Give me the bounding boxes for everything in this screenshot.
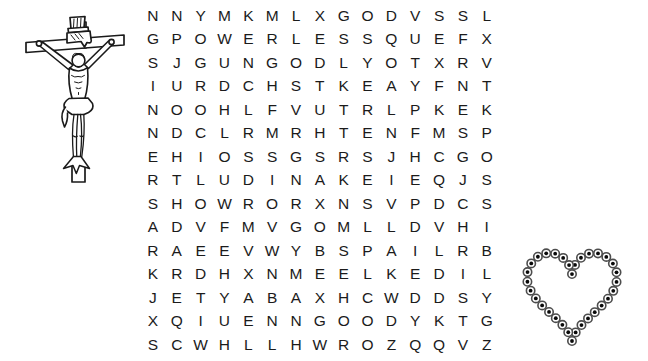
grid-cell-r9c1[interactable]: S bbox=[141, 192, 165, 216]
grid-cell-r8c6[interactable]: I bbox=[260, 169, 284, 193]
grid-cell-r4c13[interactable]: F bbox=[427, 75, 451, 99]
grid-cell-r9c6[interactable]: O bbox=[260, 192, 284, 216]
grid-cell-r8c12[interactable]: E bbox=[403, 169, 427, 193]
grid-cell-r6c12[interactable]: F bbox=[403, 122, 427, 146]
grid-cell-r5c6[interactable]: F bbox=[260, 98, 284, 122]
heart-bead bbox=[523, 268, 531, 276]
grid-cell-r11c10[interactable]: P bbox=[356, 239, 380, 263]
heart-bead bbox=[602, 253, 610, 261]
heart-bead bbox=[564, 328, 572, 336]
grid-cell-r3c15[interactable]: V bbox=[475, 51, 499, 75]
heart-bead bbox=[534, 253, 542, 261]
grid-cell-r11c15[interactable]: B bbox=[475, 239, 499, 263]
grid-cell-r6c15[interactable]: P bbox=[475, 122, 499, 146]
grid-cell-r1c3[interactable]: Y bbox=[189, 4, 213, 28]
grid-cell-r13c5[interactable]: A bbox=[236, 286, 260, 310]
grid-cell-r8c7[interactable]: N bbox=[284, 169, 308, 193]
grid-cell-r3c7[interactable]: O bbox=[284, 51, 308, 75]
heart-bead bbox=[609, 259, 617, 267]
grid-cell-r7c14[interactable]: G bbox=[451, 145, 475, 169]
grid-cell-r12c3[interactable]: D bbox=[189, 263, 213, 287]
grid-cell-r9c15[interactable]: S bbox=[475, 192, 499, 216]
grid-cell-r13c8[interactable]: X bbox=[308, 286, 332, 310]
grid-cell-r2c7[interactable]: L bbox=[284, 28, 308, 52]
crucifix-image bbox=[18, 8, 128, 186]
grid-cell-r13c10[interactable]: C bbox=[356, 286, 380, 310]
grid-cell-r9c5[interactable]: R bbox=[236, 192, 260, 216]
grid-cell-r3c12[interactable]: T bbox=[403, 51, 427, 75]
grid-cell-r9c13[interactable]: D bbox=[427, 192, 451, 216]
grid-cell-r2c1[interactable]: G bbox=[141, 28, 165, 52]
grid-cell-r4c7[interactable]: S bbox=[284, 75, 308, 99]
grid-cell-r10c5[interactable]: M bbox=[236, 216, 260, 240]
grid-cell-r2c6[interactable]: R bbox=[260, 28, 284, 52]
grid-cell-r4c8[interactable]: T bbox=[308, 75, 332, 99]
heart-bead bbox=[558, 321, 566, 329]
grid-cell-r5c8[interactable]: U bbox=[308, 98, 332, 122]
grid-cell-r14c5[interactable]: E bbox=[236, 310, 260, 334]
grid-cell-r10c4[interactable]: F bbox=[213, 216, 237, 240]
grid-cell-r12c4[interactable]: H bbox=[213, 263, 237, 287]
heart-bead bbox=[609, 287, 617, 295]
grid-cell-r10c13[interactable]: V bbox=[427, 216, 451, 240]
grid-cell-r12c12[interactable]: E bbox=[403, 263, 427, 287]
grid-cell-r13c3[interactable]: T bbox=[189, 286, 213, 310]
grid-cell-r6c6[interactable]: M bbox=[260, 122, 284, 146]
grid-cell-r8c11[interactable]: I bbox=[379, 169, 403, 193]
grid-cell-r2c10[interactable]: S bbox=[356, 28, 380, 52]
grid-cell-r4c2[interactable]: U bbox=[165, 75, 189, 99]
grid-cell-r5c13[interactable]: K bbox=[427, 98, 451, 122]
grid-cell-r15c6[interactable]: L bbox=[260, 333, 284, 357]
heart-bead bbox=[591, 308, 599, 316]
grid-cell-r3c1[interactable]: S bbox=[141, 51, 165, 75]
grid-cell-r12c13[interactable]: D bbox=[427, 263, 451, 287]
grid-cell-r8c4[interactable]: U bbox=[213, 169, 237, 193]
heart-bead bbox=[552, 314, 560, 322]
grid-cell-r2c11[interactable]: Q bbox=[379, 28, 403, 52]
grid-cell-r5c9[interactable]: T bbox=[332, 98, 356, 122]
grid-cell-r1c7[interactable]: L bbox=[284, 4, 308, 28]
grid-cell-r15c10[interactable]: O bbox=[356, 333, 380, 357]
grid-cell-r2c15[interactable]: X bbox=[475, 28, 499, 52]
grid-cell-r3c3[interactable]: G bbox=[189, 51, 213, 75]
grid-cell-r7c6[interactable]: S bbox=[260, 145, 284, 169]
grid-cell-r12c6[interactable]: N bbox=[260, 263, 284, 287]
grid-cell-r15c1[interactable]: S bbox=[141, 333, 165, 357]
grid-cell-r7c11[interactable]: J bbox=[379, 145, 403, 169]
grid-cell-r11c14[interactable]: R bbox=[451, 239, 475, 263]
grid-cell-r3c5[interactable]: N bbox=[236, 51, 260, 75]
heart-bead bbox=[526, 286, 534, 294]
grid-cell-r12c11[interactable]: K bbox=[379, 263, 403, 287]
heart-bead bbox=[597, 301, 605, 309]
grid-cell-r1c5[interactable]: K bbox=[236, 4, 260, 28]
grid-cell-r8c3[interactable]: L bbox=[189, 169, 213, 193]
grid-cell-r14c9[interactable]: O bbox=[332, 310, 356, 334]
loincloth bbox=[64, 98, 93, 115]
grid-cell-r7c10[interactable]: S bbox=[356, 145, 380, 169]
grid-cell-r3c13[interactable]: X bbox=[427, 51, 451, 75]
grid-cell-r10c10[interactable]: L bbox=[356, 216, 380, 240]
grid-cell-r5c10[interactable]: R bbox=[356, 98, 380, 122]
grid-cell-r4c9[interactable]: K bbox=[332, 75, 356, 99]
grid-cell-r5c11[interactable]: L bbox=[379, 98, 403, 122]
grid-cell-r14c11[interactable]: D bbox=[379, 310, 403, 334]
grid-cell-r4c12[interactable]: Y bbox=[403, 75, 427, 99]
grid-cell-r13c6[interactable]: B bbox=[260, 286, 284, 310]
grid-cell-r15c12[interactable]: Q bbox=[403, 333, 427, 357]
grid-cell-r3c14[interactable]: R bbox=[451, 51, 475, 75]
grid-cell-r9c11[interactable]: V bbox=[379, 192, 403, 216]
grid-cell-r5c15[interactable]: K bbox=[475, 98, 499, 122]
grid-cell-r9c10[interactable]: S bbox=[356, 192, 380, 216]
grid-cell-r13c11[interactable]: W bbox=[379, 286, 403, 310]
grid-cell-r10c6[interactable]: V bbox=[260, 216, 284, 240]
grid-cell-r11c13[interactable]: L bbox=[427, 239, 451, 263]
grid-cell-r10c2[interactable]: D bbox=[165, 216, 189, 240]
grid-cell-r14c1[interactable]: X bbox=[141, 310, 165, 334]
grid-cell-r5c12[interactable]: P bbox=[403, 98, 427, 122]
grid-cell-r5c7[interactable]: V bbox=[284, 98, 308, 122]
grid-cell-r7c1[interactable]: E bbox=[141, 145, 165, 169]
grid-cell-r14c14[interactable]: T bbox=[451, 310, 475, 334]
grid-cell-r2c12[interactable]: U bbox=[403, 28, 427, 52]
grid-cell-r4c5[interactable]: C bbox=[236, 75, 260, 99]
grid-cell-r6c7[interactable]: R bbox=[284, 122, 308, 146]
grid-cell-r5c1[interactable]: N bbox=[141, 98, 165, 122]
heart-bead bbox=[612, 268, 620, 276]
grid-cell-r14c12[interactable]: Y bbox=[403, 310, 427, 334]
left-hand bbox=[36, 41, 41, 46]
grid-cell-r14c4[interactable]: U bbox=[213, 310, 237, 334]
grid-cell-r8c13[interactable]: Q bbox=[427, 169, 451, 193]
grid-cell-r3c8[interactable]: D bbox=[308, 51, 332, 75]
heart-bead bbox=[565, 261, 573, 269]
grid-cell-r9c9[interactable]: N bbox=[332, 192, 356, 216]
heart-bead bbox=[568, 337, 576, 345]
grid-cell-r11c12[interactable]: I bbox=[403, 239, 427, 263]
grid-cell-r7c5[interactable]: S bbox=[236, 145, 260, 169]
grid-cell-r7c15[interactable]: O bbox=[475, 145, 499, 169]
grid-cell-r12c14[interactable]: I bbox=[451, 263, 475, 287]
grid-cell-r11c6[interactable]: W bbox=[260, 239, 284, 263]
heart-bead bbox=[527, 259, 535, 267]
torso bbox=[69, 68, 88, 101]
grid-cell-r3c10[interactable]: Y bbox=[356, 51, 380, 75]
right-hand bbox=[109, 39, 114, 44]
grid-cell-r7c3[interactable]: I bbox=[189, 145, 213, 169]
grid-cell-r10c8[interactable]: O bbox=[308, 216, 332, 240]
heart-bead bbox=[542, 249, 550, 257]
grid-cell-r6c11[interactable]: N bbox=[379, 122, 403, 146]
grid-cell-r15c15[interactable]: Z bbox=[475, 333, 499, 357]
grid-cell-r9c3[interactable]: O bbox=[189, 192, 213, 216]
heart-bead bbox=[545, 308, 553, 316]
grid-cell-r4c1[interactable]: I bbox=[141, 75, 165, 99]
grid-cell-r1c14[interactable]: S bbox=[451, 4, 475, 28]
grid-cell-r3c2[interactable]: J bbox=[165, 51, 189, 75]
grid-cell-r6c13[interactable]: M bbox=[427, 122, 451, 146]
grid-cell-r11c9[interactable]: S bbox=[332, 239, 356, 263]
grid-cell-r14c7[interactable]: N bbox=[284, 310, 308, 334]
heart-bead bbox=[612, 278, 620, 286]
grid-cell-r3c11[interactable]: O bbox=[379, 51, 403, 75]
grid-cell-r4c10[interactable]: E bbox=[356, 75, 380, 99]
grid-cell-r5c2[interactable]: O bbox=[165, 98, 189, 122]
grid-cell-r12c5[interactable]: X bbox=[236, 263, 260, 287]
grid-cell-r6c3[interactable]: C bbox=[189, 122, 213, 146]
grid-cell-r12c15[interactable]: L bbox=[475, 263, 499, 287]
grid-cell-r2c2[interactable]: P bbox=[165, 28, 189, 52]
grid-cell-r15c11[interactable]: Z bbox=[379, 333, 403, 357]
grid-cell-r9c14[interactable]: C bbox=[451, 192, 475, 216]
heart-bead bbox=[577, 254, 585, 262]
grid-cell-r4c11[interactable]: A bbox=[379, 75, 403, 99]
grid-cell-r1c12[interactable]: V bbox=[403, 4, 427, 28]
grid-cell-r9c2[interactable]: H bbox=[165, 192, 189, 216]
heart-bead bbox=[585, 249, 593, 257]
heart-bead bbox=[559, 254, 567, 262]
heart-bead bbox=[568, 270, 576, 278]
grid-cell-r10c14[interactable]: H bbox=[451, 216, 475, 240]
head bbox=[72, 54, 85, 67]
grid-cell-r15c5[interactable]: L bbox=[236, 333, 260, 357]
grid-cell-r1c9[interactable]: G bbox=[332, 4, 356, 28]
heart-bead bbox=[594, 249, 602, 257]
grid-cell-r13c4[interactable]: Y bbox=[213, 286, 237, 310]
grid-cell-r1c1[interactable]: N bbox=[141, 4, 165, 28]
grid-cell-r12c10[interactable]: L bbox=[356, 263, 380, 287]
grid-cell-r1c10[interactable]: O bbox=[356, 4, 380, 28]
grid-cell-r6c4[interactable]: L bbox=[213, 122, 237, 146]
grid-cell-r13c7[interactable]: A bbox=[284, 286, 308, 310]
grid-cell-r5c4[interactable]: H bbox=[213, 98, 237, 122]
grid-cell-r15c13[interactable]: Q bbox=[427, 333, 451, 357]
grid-cell-r8c5[interactable]: D bbox=[236, 169, 260, 193]
grid-cell-r10c7[interactable]: G bbox=[284, 216, 308, 240]
grid-cell-r11c11[interactable]: A bbox=[379, 239, 403, 263]
grid-cell-r10c11[interactable]: L bbox=[379, 216, 403, 240]
grid-cell-r7c8[interactable]: S bbox=[308, 145, 332, 169]
beaded-heart-image bbox=[518, 246, 626, 350]
heart-bead bbox=[577, 321, 585, 329]
grid-cell-r3c9[interactable]: L bbox=[332, 51, 356, 75]
grid-cell-r1c2[interactable]: N bbox=[165, 4, 189, 28]
grid-cell-r6c8[interactable]: H bbox=[308, 122, 332, 146]
legs bbox=[72, 115, 84, 159]
grid-cell-r15c3[interactable]: W bbox=[189, 333, 213, 357]
grid-cell-r2c14[interactable]: F bbox=[451, 28, 475, 52]
grid-cell-r1c4[interactable]: M bbox=[213, 4, 237, 28]
word-search-page: NNYMKMLXGODVSSLGPOWERLESSQUEFXSJGUNGODLY… bbox=[0, 0, 648, 361]
grid-cell-r12c7[interactable]: M bbox=[284, 263, 308, 287]
grid-cell-r13c1[interactable]: J bbox=[141, 286, 165, 310]
grid-cell-r14c3[interactable]: I bbox=[189, 310, 213, 334]
grid-cell-r2c8[interactable]: E bbox=[308, 28, 332, 52]
grid-cell-r7c2[interactable]: H bbox=[165, 145, 189, 169]
heart-bead bbox=[584, 314, 592, 322]
grid-cell-r14c13[interactable]: K bbox=[427, 310, 451, 334]
grid-cell-r7c13[interactable]: C bbox=[427, 145, 451, 169]
grid-cell-r11c4[interactable]: E bbox=[213, 239, 237, 263]
grid-cell-r13c13[interactable]: D bbox=[427, 286, 451, 310]
grid-cell-r14c6[interactable]: N bbox=[260, 310, 284, 334]
grid-cell-r7c9[interactable]: R bbox=[332, 145, 356, 169]
grid-cell-r6c5[interactable]: R bbox=[236, 122, 260, 146]
grid-cell-r15c14[interactable]: V bbox=[451, 333, 475, 357]
grid-cell-r10c15[interactable]: I bbox=[475, 216, 499, 240]
grid-cell-r1c15[interactable]: L bbox=[475, 4, 499, 28]
grid-cell-r9c4[interactable]: W bbox=[213, 192, 237, 216]
heart-bead bbox=[532, 294, 540, 302]
grid-cell-r15c8[interactable]: W bbox=[308, 333, 332, 357]
grid-cell-r13c12[interactable]: D bbox=[403, 286, 427, 310]
grid-cell-r11c8[interactable]: B bbox=[308, 239, 332, 263]
grid-cell-r8c2[interactable]: T bbox=[165, 169, 189, 193]
grid-cell-r11c7[interactable]: Y bbox=[284, 239, 308, 263]
grid-cell-r14c8[interactable]: G bbox=[308, 310, 332, 334]
grid-cell-r8c10[interactable]: E bbox=[356, 169, 380, 193]
grid-cell-r14c10[interactable]: O bbox=[356, 310, 380, 334]
heart-bead bbox=[604, 294, 612, 302]
grid-cell-r15c9[interactable]: R bbox=[332, 333, 356, 357]
grid-cell-r6c9[interactable]: T bbox=[332, 122, 356, 146]
grid-cell-r9c8[interactable]: X bbox=[308, 192, 332, 216]
grid-cell-r11c1[interactable]: R bbox=[141, 239, 165, 263]
grid-cell-r10c1[interactable]: A bbox=[141, 216, 165, 240]
grid-cell-r10c3[interactable]: V bbox=[189, 216, 213, 240]
grid-cell-r15c2[interactable]: C bbox=[165, 333, 189, 357]
grid-cell-r2c3[interactable]: O bbox=[189, 28, 213, 52]
grid-cell-r6c10[interactable]: E bbox=[356, 122, 380, 146]
grid-cell-r1c11[interactable]: D bbox=[379, 4, 403, 28]
grid-cell-r10c12[interactable]: D bbox=[403, 216, 427, 240]
grid-cell-r9c7[interactable]: R bbox=[284, 192, 308, 216]
grid-cell-r1c8[interactable]: X bbox=[308, 4, 332, 28]
grid-cell-r7c7[interactable]: G bbox=[284, 145, 308, 169]
grid-cell-r6c1[interactable]: N bbox=[141, 122, 165, 146]
grid-cell-r2c9[interactable]: S bbox=[332, 28, 356, 52]
grid-cell-r12c8[interactable]: E bbox=[308, 263, 332, 287]
grid-cell-r8c8[interactable]: A bbox=[308, 169, 332, 193]
grid-cell-r2c5[interactable]: E bbox=[236, 28, 260, 52]
heart-bead bbox=[551, 249, 559, 257]
grid-cell-r8c14[interactable]: J bbox=[451, 169, 475, 193]
grid-cell-r12c9[interactable]: E bbox=[332, 263, 356, 287]
grid-cell-r11c5[interactable]: V bbox=[236, 239, 260, 263]
grid-cell-r1c13[interactable]: S bbox=[427, 4, 451, 28]
grid-cell-r10c9[interactable]: M bbox=[332, 216, 356, 240]
grid-cell-r7c4[interactable]: O bbox=[213, 145, 237, 169]
grid-cell-r8c1[interactable]: R bbox=[141, 169, 165, 193]
grid-cell-r2c13[interactable]: E bbox=[427, 28, 451, 52]
grid-cell-r15c7[interactable]: H bbox=[284, 333, 308, 357]
heart-bead bbox=[523, 278, 531, 286]
grid-cell-r8c15[interactable]: S bbox=[475, 169, 499, 193]
grid-cell-r3c4[interactable]: U bbox=[213, 51, 237, 75]
grid-cell-r12c1[interactable]: K bbox=[141, 263, 165, 287]
grid-cell-r3c6[interactable]: G bbox=[260, 51, 284, 75]
word-search-grid: NNYMKMLXGODVSSLGPOWERLESSQUEFXSJGUNGODLY… bbox=[141, 4, 499, 357]
grid-cell-r11c3[interactable]: E bbox=[189, 239, 213, 263]
grid-cell-r6c2[interactable]: D bbox=[165, 122, 189, 146]
grid-cell-r4c3[interactable]: R bbox=[189, 75, 213, 99]
grid-cell-r8c9[interactable]: K bbox=[332, 169, 356, 193]
grid-cell-r5c3[interactable]: O bbox=[189, 98, 213, 122]
grid-cell-r2c4[interactable]: W bbox=[213, 28, 237, 52]
grid-cell-r13c15[interactable]: Y bbox=[475, 286, 499, 310]
grid-cell-r13c14[interactable]: S bbox=[451, 286, 475, 310]
grid-cell-r9c12[interactable]: P bbox=[403, 192, 427, 216]
grid-cell-r13c2[interactable]: E bbox=[165, 286, 189, 310]
grid-cell-r14c15[interactable]: G bbox=[475, 310, 499, 334]
grid-cell-r11c2[interactable]: A bbox=[165, 239, 189, 263]
grid-cell-r5c5[interactable]: L bbox=[236, 98, 260, 122]
grid-cell-r13c9[interactable]: H bbox=[332, 286, 356, 310]
grid-cell-r4c15[interactable]: T bbox=[475, 75, 499, 99]
grid-cell-r15c4[interactable]: H bbox=[213, 333, 237, 357]
grid-cell-r12c2[interactable]: R bbox=[165, 263, 189, 287]
grid-cell-r6c14[interactable]: S bbox=[451, 122, 475, 146]
grid-cell-r5c14[interactable]: E bbox=[451, 98, 475, 122]
grid-cell-r14c2[interactable]: Q bbox=[165, 310, 189, 334]
grid-cell-r7c12[interactable]: H bbox=[403, 145, 427, 169]
heart-bead bbox=[538, 301, 546, 309]
grid-cell-r4c14[interactable]: N bbox=[451, 75, 475, 99]
grid-cell-r1c6[interactable]: M bbox=[260, 4, 284, 28]
grid-cell-r4c6[interactable]: H bbox=[260, 75, 284, 99]
grid-cell-r4c4[interactable]: D bbox=[213, 75, 237, 99]
